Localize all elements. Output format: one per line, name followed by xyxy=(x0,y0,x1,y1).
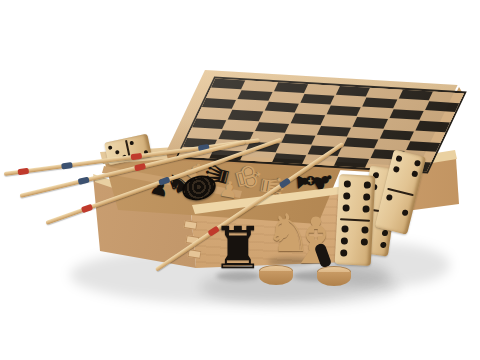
checkers-disc xyxy=(317,266,351,286)
checkers-disc xyxy=(259,265,293,285)
disc-side xyxy=(317,272,351,286)
disc-side xyxy=(259,271,293,285)
wooden-bishop: ♝ xyxy=(287,209,344,273)
product-photo-stage: ♛♞♟♟♚♛♝♟♟ ♜♞♝ xyxy=(0,0,480,360)
black-rook: ♜ xyxy=(212,219,264,277)
foreground-pieces: ♜♞♝ xyxy=(0,0,480,360)
